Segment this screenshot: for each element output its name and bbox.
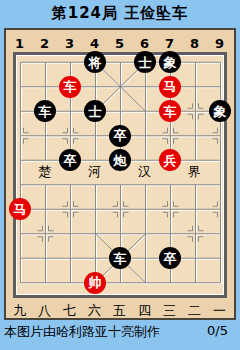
piece-black-chariot-2[interactable]: 车	[109, 247, 131, 269]
piece-black-advisor-2[interactable]: 士	[84, 100, 106, 122]
file-number-label: 4	[82, 35, 107, 51]
pieces-layer: 将士象车马车士车象卒卒炮兵马车卒帅	[8, 50, 233, 295]
piece-black-chariot-1[interactable]: 车	[34, 100, 56, 122]
piece-red-chariot-1[interactable]: 车	[59, 76, 81, 98]
piece-red-soldier[interactable]: 兵	[159, 149, 181, 171]
file-number-label-cn: 一	[207, 302, 232, 320]
file-number-label: 5	[107, 35, 132, 51]
file-number-label: 8	[182, 35, 207, 51]
piece-red-horse-2[interactable]: 马	[9, 198, 31, 220]
piece-red-horse-1[interactable]: 马	[159, 76, 181, 98]
file-number-label-cn: 九	[7, 302, 32, 320]
file-number-label: 9	[207, 35, 232, 51]
file-number-label: 2	[32, 35, 57, 51]
piece-black-cannon[interactable]: 炮	[109, 149, 131, 171]
piece-black-advisor-1[interactable]: 士	[134, 51, 156, 73]
piece-black-soldier-2[interactable]: 卒	[59, 149, 81, 171]
caption: 本图片由哈利路亚十亮制作	[4, 323, 160, 341]
piece-red-chariot-2[interactable]: 车	[159, 100, 181, 122]
file-number-label-cn: 八	[32, 302, 57, 320]
piece-black-elephant-2[interactable]: 象	[209, 100, 231, 122]
page: { "game": "xiangqi", "title": "第124局 王俭坠…	[0, 0, 240, 350]
file-number-label-cn: 七	[57, 302, 82, 320]
board-panel: 123456789 楚河汉界 将士象车马车士车象卒卒炮兵马车卒帅 九八七六五四三…	[4, 28, 236, 320]
file-number-label-cn: 三	[157, 302, 182, 320]
file-number-label-cn: 五	[107, 302, 132, 320]
progress-counter: 0/5	[207, 323, 228, 338]
page-title: 第124局 王俭坠车	[0, 4, 240, 23]
file-number-label: 7	[157, 35, 182, 51]
file-number-label-cn: 六	[82, 302, 107, 320]
file-number-label: 1	[7, 35, 32, 51]
file-number-label: 3	[57, 35, 82, 51]
piece-black-general[interactable]: 将	[84, 51, 106, 73]
file-number-label-cn: 二	[182, 302, 207, 320]
top-file-labels: 123456789	[7, 35, 232, 51]
file-number-label: 6	[132, 35, 157, 51]
file-number-label-cn: 四	[132, 302, 157, 320]
piece-black-elephant-1[interactable]: 象	[159, 51, 181, 73]
piece-black-soldier-1[interactable]: 卒	[109, 125, 131, 147]
piece-red-general[interactable]: 帅	[84, 272, 106, 294]
bottom-file-labels: 九八七六五四三二一	[7, 302, 232, 318]
piece-black-soldier-3[interactable]: 卒	[159, 247, 181, 269]
